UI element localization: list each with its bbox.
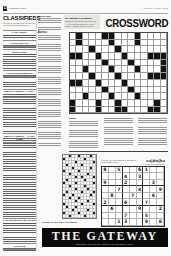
sudoku-cell [137,219,144,226]
sudoku-cell [109,219,116,226]
down-label: Down [69,117,76,120]
crossword-cell [161,40,168,47]
sudoku-copyright: © Puzzles by Pappocom [141,163,165,165]
crossword-cell [161,46,168,53]
crossword-intro-title: the gateway crossword [65,17,99,20]
ad-text [3,54,36,69]
column-rule [36,15,37,251]
across-label: Across [38,31,47,34]
crossword-intro-box: the gateway crossword Sharpen your penci… [64,15,101,29]
ad-text [3,138,36,217]
gateway-banner: THE GATEWAY Solving your weekly puzzle n… [42,228,169,247]
crossword-cell [161,53,168,60]
header-rule [3,13,168,14]
ad-text [3,75,36,88]
sudoku-cell [130,219,137,226]
solution-cell [93,215,96,218]
crossword-cell [161,87,168,94]
ad-text [3,248,36,252]
crossword-cell [161,93,168,100]
down-clues-col2 [104,118,133,148]
folio-left: 12 classifieds [3,6,26,10]
crossword-intro-body: Sharpen your pencil and your wits — fill… [65,20,99,29]
classifieds-intro: To place a classified ad, please go to w… [3,22,36,27]
crossword-grid [69,32,169,114]
page-number: 12 [3,6,7,10]
crossword-cell [161,66,168,73]
crossword-cell [161,73,168,80]
sudoku-grid: 856143923749876267692751396 [101,166,165,227]
classifieds-title: CLASSIFIEDS [3,15,40,21]
previous-solution-grid [62,154,97,219]
section-name: classifieds [9,7,26,10]
crossword-headline: CROSSWORD [105,17,168,29]
crossword-cell [161,107,168,114]
ad-text [3,94,36,133]
ad-text [3,223,36,242]
newspaper-page: 12 classifieds thursday, 8 march, 2012 C… [0,0,171,256]
banner-title: THE GATEWAY [52,230,158,242]
sudoku-credit: solution, tips and computer program at w… [101,159,138,164]
banner-tagline: Solving your weekly puzzle needs since 1… [76,243,133,245]
crossword-cell [161,100,168,107]
sudoku-cell: 3 [123,219,130,226]
crossword-cell [161,80,168,87]
solution-caption: solution to last issue's crossword [42,221,78,224]
sudoku-cell [150,219,157,226]
dateline: thursday, 8 march, 2012 [143,7,168,9]
down-clues-col1 [69,121,98,148]
crossword-cell [161,33,168,40]
sudoku-cell: 6 [157,219,164,226]
down-clues-col3 [138,118,167,148]
sudoku-cell: 9 [143,219,150,226]
ad-text [3,45,36,48]
clue-note-text [38,18,61,29]
sudoku-cell [102,219,109,226]
sudoku-cell: 1 [116,219,123,226]
ad-text [3,35,36,40]
across-clues [38,35,61,147]
crossword-cell [161,60,168,67]
section-divider-rule [69,151,169,152]
